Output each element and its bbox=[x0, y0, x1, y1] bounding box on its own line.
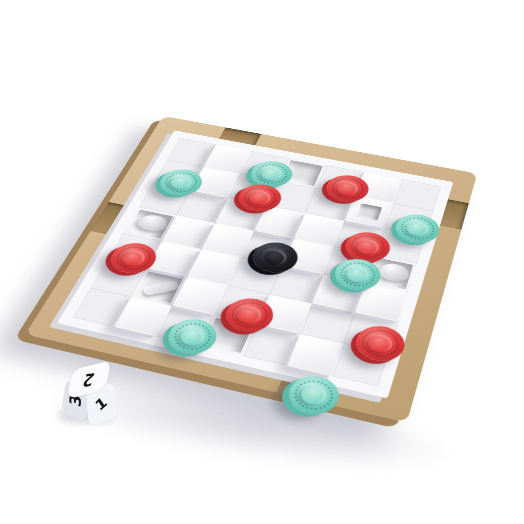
discs-layer bbox=[63, 138, 462, 411]
disc-teal bbox=[162, 315, 223, 358]
disc-teal bbox=[392, 211, 443, 246]
disc-red bbox=[104, 240, 162, 277]
board-surface bbox=[57, 130, 453, 398]
disc-red bbox=[220, 294, 279, 335]
die: 3 1 2 bbox=[62, 366, 118, 424]
die-top-number: 2 bbox=[80, 368, 97, 390]
product-photo: 3 1 2 bbox=[0, 0, 524, 524]
disc-red bbox=[351, 322, 409, 366]
disc-red bbox=[322, 172, 373, 205]
die-right-number: 1 bbox=[92, 394, 110, 415]
disc-teal bbox=[330, 255, 385, 294]
disc-black bbox=[247, 239, 302, 276]
disc-teal bbox=[154, 166, 207, 198]
